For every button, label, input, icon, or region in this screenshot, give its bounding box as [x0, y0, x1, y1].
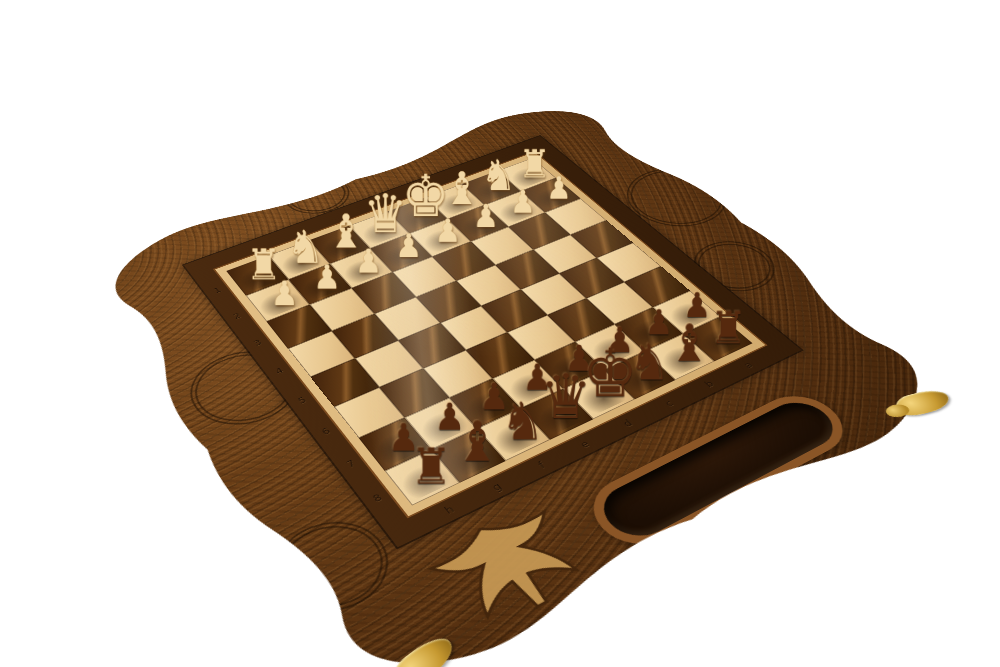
coordinate-stamp: 1 — [212, 286, 223, 295]
product-photo-canvas: ♜♞♝♛♚♝♞♜♟♟♟♟♟♟♟♟♟♟♟♟♟♟♟♟♜♝♞♛♚♞♝♜ 1234567… — [0, 0, 1000, 667]
light-pawn: ♟ — [303, 261, 350, 294]
light-pawn: ♟ — [425, 215, 470, 247]
perspective-scene: ♜♞♝♛♚♝♞♜♟♟♟♟♟♟♟♟♟♟♟♟♟♟♟♟♜♝♞♛♚♞♝♜ 1234567… — [0, 0, 1000, 667]
dark-rook: ♜ — [403, 441, 458, 491]
chess-case: ♜♞♝♛♚♝♞♜♟♟♟♟♟♟♟♟♟♟♟♟♟♟♟♟♜♝♞♛♚♞♝♜ 1234567… — [51, 79, 1000, 667]
light-pawn: ♟ — [261, 277, 309, 311]
light-pawn: ♟ — [345, 245, 392, 278]
light-pawn: ♟ — [386, 230, 432, 263]
